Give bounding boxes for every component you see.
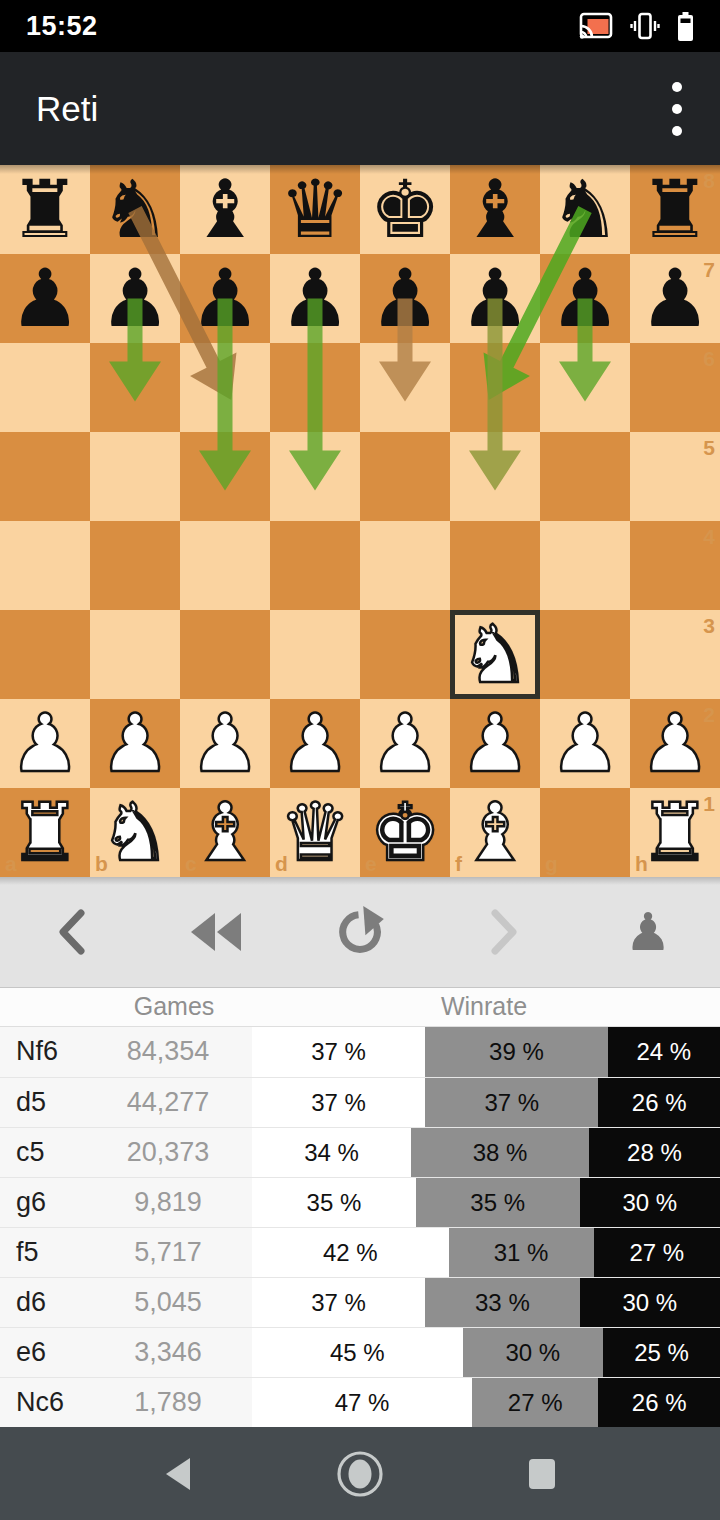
- square-f1[interactable]: f: [450, 788, 540, 877]
- status-bar: 15:52: [0, 0, 720, 52]
- black-win-segment: 26 %: [598, 1378, 720, 1427]
- square-h2[interactable]: 2: [630, 699, 720, 788]
- square-g6[interactable]: [540, 343, 630, 432]
- square-d5[interactable]: [270, 432, 360, 521]
- square-f8[interactable]: [450, 165, 540, 254]
- square-e7[interactable]: [360, 254, 450, 343]
- winrate-bar: 42 %31 %27 %: [252, 1228, 720, 1277]
- rank-label: 1: [703, 793, 715, 814]
- games-count: 9,819: [84, 1178, 252, 1227]
- forward-chevron-icon: [485, 907, 523, 957]
- move-label: d6: [0, 1278, 84, 1327]
- move-label: Nc6: [0, 1378, 84, 1427]
- square-e3[interactable]: [360, 610, 450, 699]
- clock: 15:52: [26, 11, 98, 42]
- move-row-g6[interactable]: g69,81935 %35 %30 %: [0, 1177, 720, 1227]
- square-g8[interactable]: [540, 165, 630, 254]
- reset-icon: [334, 906, 386, 958]
- square-f5[interactable]: [450, 432, 540, 521]
- white-win-segment: 34 %: [252, 1128, 411, 1177]
- black-win-segment: 27 %: [594, 1228, 720, 1277]
- square-d2[interactable]: [270, 699, 360, 788]
- games-column-header: Games: [134, 992, 215, 1021]
- rank-label: 8: [703, 170, 715, 191]
- white-win-segment: 47 %: [252, 1378, 472, 1427]
- file-label: a: [5, 853, 17, 874]
- square-b4[interactable]: [90, 521, 180, 610]
- draw-segment: 37 %: [425, 1078, 598, 1127]
- square-h5[interactable]: 5: [630, 432, 720, 521]
- square-a5[interactable]: [0, 432, 90, 521]
- rewind-to-start-button[interactable]: [144, 877, 288, 987]
- winrate-bar: 47 %27 %26 %: [252, 1378, 720, 1427]
- winrate-bar: 34 %38 %28 %: [252, 1128, 720, 1177]
- square-e5[interactable]: [360, 432, 450, 521]
- move-toolbar: ♟: [0, 877, 720, 988]
- black-win-segment: 25 %: [603, 1328, 720, 1377]
- games-count: 20,373: [84, 1128, 252, 1177]
- android-back-button[interactable]: [142, 1456, 214, 1492]
- move-row-e6[interactable]: e63,34645 %30 %25 %: [0, 1327, 720, 1377]
- move-row-f5[interactable]: f55,71742 %31 %27 %: [0, 1227, 720, 1277]
- winrate-bar: 37 %39 %24 %: [252, 1027, 720, 1077]
- square-e1[interactable]: e: [360, 788, 450, 877]
- kebab-menu-icon[interactable]: [662, 76, 692, 142]
- move-label: c5: [0, 1128, 84, 1177]
- file-label: e: [365, 853, 377, 874]
- pawn-icon: ♟: [625, 906, 672, 958]
- back-move-button[interactable]: [0, 877, 144, 987]
- square-h8[interactable]: 8: [630, 165, 720, 254]
- white-win-segment: 37 %: [252, 1078, 425, 1127]
- back-chevron-icon: [53, 907, 91, 957]
- black-win-segment: 24 %: [608, 1027, 720, 1077]
- square-c2[interactable]: [180, 699, 270, 788]
- file-label: b: [95, 853, 108, 874]
- square-g5[interactable]: [540, 432, 630, 521]
- chess-board[interactable]: 8765432abcdefg1h ♜♞♝♛♚♝♞♜♟♟♟♟♟♟♟♟♞♟♟♟♟♟♟…: [0, 165, 720, 877]
- app-bar: Reti: [0, 52, 720, 165]
- square-g7[interactable]: [540, 254, 630, 343]
- square-c8[interactable]: [180, 165, 270, 254]
- file-label: c: [185, 853, 197, 874]
- move-label: e6: [0, 1328, 84, 1377]
- square-d6[interactable]: [270, 343, 360, 432]
- page-title: Reti: [36, 89, 98, 129]
- move-label: f5: [0, 1228, 84, 1277]
- black-win-segment: 30 %: [580, 1278, 720, 1327]
- rewind-icon: [189, 911, 243, 953]
- rank-label: 7: [703, 259, 715, 280]
- android-recents-button[interactable]: [506, 1457, 578, 1491]
- home-circle-icon: [336, 1450, 384, 1498]
- white-win-segment: 45 %: [252, 1328, 463, 1377]
- square-b1[interactable]: b: [90, 788, 180, 877]
- file-label: d: [275, 853, 288, 874]
- rank-label: 6: [703, 348, 715, 369]
- black-win-segment: 28 %: [589, 1128, 720, 1177]
- white-win-segment: 37 %: [252, 1027, 425, 1077]
- draw-segment: 39 %: [425, 1027, 608, 1077]
- square-c7[interactable]: [180, 254, 270, 343]
- move-label: Nf6: [0, 1027, 84, 1077]
- square-a8[interactable]: [0, 165, 90, 254]
- square-b5[interactable]: [90, 432, 180, 521]
- square-b7[interactable]: [90, 254, 180, 343]
- square-a6[interactable]: [0, 343, 90, 432]
- rank-label: 5: [703, 437, 715, 458]
- winrate-bar: 37 %37 %26 %: [252, 1078, 720, 1127]
- move-row-c5[interactable]: c520,37334 %38 %28 %: [0, 1127, 720, 1177]
- board-squares[interactable]: 8765432abcdefg1h: [0, 165, 720, 877]
- games-count: 5,717: [84, 1228, 252, 1277]
- square-h1[interactable]: 1h: [630, 788, 720, 877]
- winrate-bar: 35 %35 %30 %: [252, 1178, 720, 1227]
- draw-segment: 35 %: [416, 1178, 580, 1227]
- games-count: 84,354: [84, 1027, 252, 1077]
- square-a7[interactable]: [0, 254, 90, 343]
- square-d3[interactable]: [270, 610, 360, 699]
- square-a1[interactable]: a: [0, 788, 90, 877]
- square-d1[interactable]: d: [270, 788, 360, 877]
- square-e8[interactable]: [360, 165, 450, 254]
- white-win-segment: 42 %: [252, 1228, 449, 1277]
- games-count: 1,789: [84, 1378, 252, 1427]
- square-d7[interactable]: [270, 254, 360, 343]
- file-label: g: [545, 853, 558, 874]
- move-label: d5: [0, 1078, 84, 1127]
- back-triangle-icon: [162, 1456, 194, 1492]
- move-rows: Nf684,35437 %39 %24 %d544,27737 %37 %26 …: [0, 1027, 720, 1427]
- highlighted-square-f3: [450, 610, 540, 699]
- square-d4[interactable]: [270, 521, 360, 610]
- white-win-segment: 35 %: [252, 1178, 416, 1227]
- move-row-d6[interactable]: d65,04537 %33 %30 %: [0, 1277, 720, 1327]
- square-f2[interactable]: [450, 699, 540, 788]
- black-win-segment: 26 %: [598, 1078, 720, 1127]
- opening-stats-table: Games Winrate Nf684,35437 %39 %24 %d544,…: [0, 988, 720, 1427]
- file-label: f: [455, 853, 462, 874]
- square-b6[interactable]: [90, 343, 180, 432]
- battery-icon: [677, 12, 694, 41]
- square-f7[interactable]: [450, 254, 540, 343]
- square-d8[interactable]: [270, 165, 360, 254]
- draw-segment: 31 %: [449, 1228, 594, 1277]
- square-g1[interactable]: g: [540, 788, 630, 877]
- square-e4[interactable]: [360, 521, 450, 610]
- move-row-d5[interactable]: d544,27737 %37 %26 %: [0, 1077, 720, 1127]
- move-row-Nf6[interactable]: Nf684,35437 %39 %24 %: [0, 1027, 720, 1077]
- forward-move-button[interactable]: [432, 877, 576, 987]
- white-win-segment: 37 %: [252, 1278, 425, 1327]
- square-a4[interactable]: [0, 521, 90, 610]
- games-count: 44,277: [84, 1078, 252, 1127]
- square-b8[interactable]: [90, 165, 180, 254]
- draw-segment: 38 %: [411, 1128, 589, 1177]
- winrate-bar: 45 %30 %25 %: [252, 1328, 720, 1377]
- square-c1[interactable]: c: [180, 788, 270, 877]
- square-e2[interactable]: [360, 699, 450, 788]
- square-h4[interactable]: 4: [630, 521, 720, 610]
- rank-label: 3: [703, 615, 715, 636]
- square-c3[interactable]: [180, 610, 270, 699]
- flip-player-button[interactable]: ♟: [576, 877, 720, 987]
- square-a2[interactable]: [0, 699, 90, 788]
- chess-openings-app: 15:52 Reti: [0, 0, 720, 1520]
- vibrate-icon: [630, 12, 660, 40]
- rank-label: 4: [703, 526, 715, 547]
- square-h7[interactable]: 7: [630, 254, 720, 343]
- recents-square-icon: [527, 1457, 557, 1491]
- rank-label: 2: [703, 704, 715, 725]
- android-home-button[interactable]: [324, 1450, 396, 1498]
- square-a3[interactable]: [0, 610, 90, 699]
- draw-segment: 33 %: [425, 1278, 579, 1327]
- games-count: 3,346: [84, 1328, 252, 1377]
- square-h3[interactable]: 3: [630, 610, 720, 699]
- status-icons: [579, 12, 694, 41]
- square-g3[interactable]: [540, 610, 630, 699]
- square-c6[interactable]: [180, 343, 270, 432]
- black-win-segment: 30 %: [580, 1178, 720, 1227]
- square-b2[interactable]: [90, 699, 180, 788]
- winrate-column-header: Winrate: [441, 992, 527, 1021]
- move-label: g6: [0, 1178, 84, 1227]
- reset-board-button[interactable]: [288, 877, 432, 987]
- square-f4[interactable]: [450, 521, 540, 610]
- cast-icon: [579, 12, 613, 40]
- games-count: 5,045: [84, 1278, 252, 1327]
- android-nav-bar: [0, 1427, 720, 1520]
- square-c4[interactable]: [180, 521, 270, 610]
- draw-segment: 30 %: [463, 1328, 603, 1377]
- square-e6[interactable]: [360, 343, 450, 432]
- move-row-Nc6[interactable]: Nc61,78947 %27 %26 %: [0, 1377, 720, 1427]
- winrate-bar: 37 %33 %30 %: [252, 1278, 720, 1327]
- draw-segment: 27 %: [472, 1378, 598, 1427]
- square-f6[interactable]: [450, 343, 540, 432]
- square-c5[interactable]: [180, 432, 270, 521]
- square-h6[interactable]: 6: [630, 343, 720, 432]
- square-g4[interactable]: [540, 521, 630, 610]
- square-b3[interactable]: [90, 610, 180, 699]
- file-label: h: [635, 853, 648, 874]
- square-g2[interactable]: [540, 699, 630, 788]
- stats-header: Games Winrate: [0, 988, 720, 1027]
